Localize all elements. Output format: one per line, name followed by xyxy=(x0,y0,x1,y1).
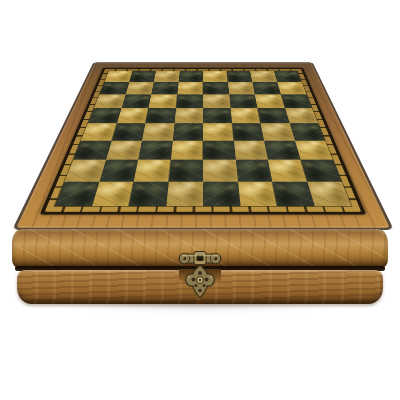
square-b4 xyxy=(112,123,146,140)
square-h7 xyxy=(277,82,307,94)
square-g3 xyxy=(264,140,300,159)
square-g8 xyxy=(250,71,277,82)
square-d1 xyxy=(166,181,203,206)
square-a8 xyxy=(104,71,132,82)
square-g6 xyxy=(255,94,285,108)
square-b6 xyxy=(121,94,151,108)
square-b7 xyxy=(125,82,153,94)
product-photo-chess-box xyxy=(0,0,400,400)
box-lid-top xyxy=(12,64,388,230)
square-b2 xyxy=(99,160,138,182)
square-a5 xyxy=(88,108,121,123)
square-f2 xyxy=(235,160,272,182)
square-f4 xyxy=(232,123,264,140)
square-f1 xyxy=(238,181,278,206)
square-h6 xyxy=(281,94,312,108)
square-e2 xyxy=(203,160,238,182)
square-e6 xyxy=(203,94,230,108)
square-e4 xyxy=(203,123,233,140)
square-c2 xyxy=(134,160,171,182)
square-e5 xyxy=(203,108,232,123)
square-d3 xyxy=(171,140,203,159)
square-e1 xyxy=(203,181,240,206)
square-g7 xyxy=(252,82,280,94)
square-b3 xyxy=(106,140,142,159)
wood-frame xyxy=(12,62,394,230)
square-c3 xyxy=(138,140,172,159)
square-e7 xyxy=(203,82,229,94)
square-d6 xyxy=(176,94,203,108)
square-d8 xyxy=(178,71,203,82)
square-d5 xyxy=(174,108,203,123)
square-h5 xyxy=(285,108,318,123)
square-c4 xyxy=(142,123,174,140)
square-f7 xyxy=(228,82,255,94)
square-d4 xyxy=(173,123,203,140)
square-a4 xyxy=(81,123,117,140)
square-f5 xyxy=(230,108,260,123)
square-f3 xyxy=(233,140,267,159)
square-c7 xyxy=(151,82,178,94)
square-b8 xyxy=(129,71,156,82)
square-f8 xyxy=(227,71,253,82)
latch-escutcheon-icon xyxy=(181,265,219,298)
square-c6 xyxy=(148,94,177,108)
square-d2 xyxy=(168,160,203,182)
tick-marks-near xyxy=(45,206,362,211)
square-h8 xyxy=(274,71,302,82)
square-c8 xyxy=(154,71,180,82)
square-f6 xyxy=(229,94,258,108)
square-e8 xyxy=(203,71,228,82)
square-e3 xyxy=(203,140,235,159)
square-d7 xyxy=(177,82,203,94)
square-b5 xyxy=(117,108,149,123)
square-c1 xyxy=(129,181,169,206)
square-c5 xyxy=(145,108,175,123)
